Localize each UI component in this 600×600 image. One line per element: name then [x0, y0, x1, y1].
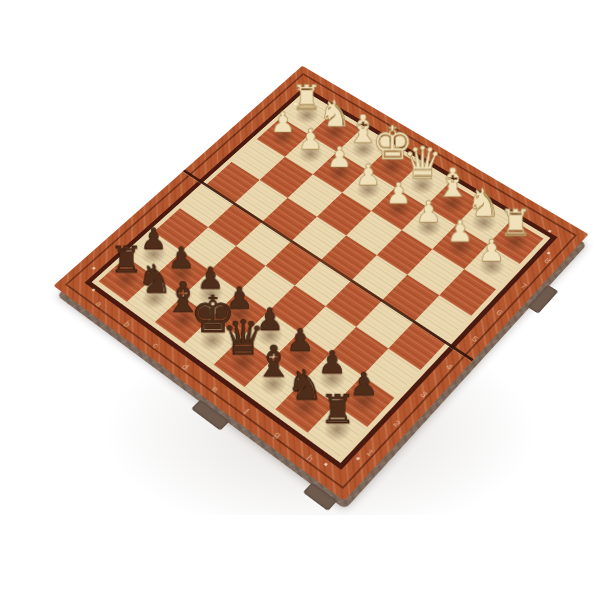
product-photo-stage: abcdefgh 87654321 ♜♞♝♚♛♝♞♜♟♟♟♟♟♟♟♟♟♟♟♟♟♟… — [0, 0, 600, 600]
light-pawn[interactable]: ♟ — [297, 126, 325, 154]
light-pawn[interactable]: ♟ — [445, 217, 475, 247]
light-pawn[interactable]: ♟ — [269, 109, 297, 137]
dark-rook[interactable]: ♜ — [317, 389, 357, 429]
light-pawn[interactable]: ♟ — [384, 179, 413, 208]
light-pawn[interactable]: ♟ — [477, 236, 507, 266]
light-pawn[interactable]: ♟ — [414, 198, 444, 228]
light-pawn[interactable]: ♟ — [325, 143, 354, 172]
light-pawn[interactable]: ♟ — [354, 161, 383, 190]
